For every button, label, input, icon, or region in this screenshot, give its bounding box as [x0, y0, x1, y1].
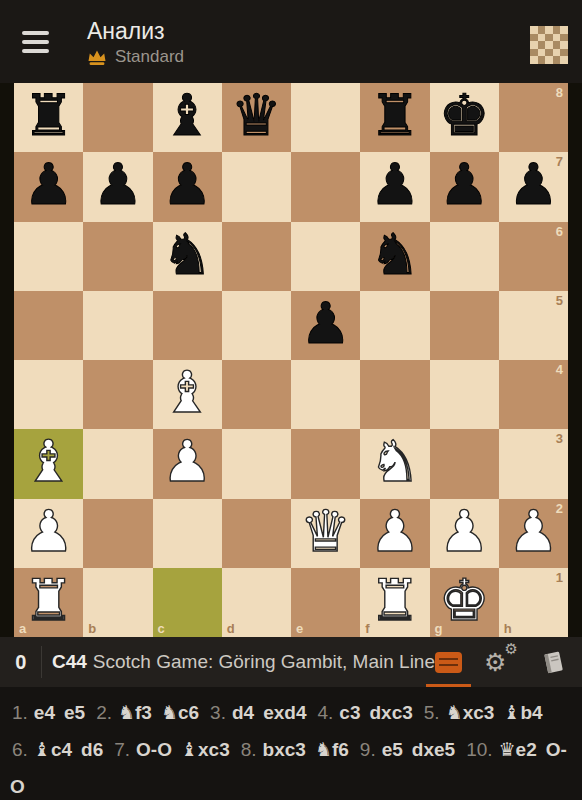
white-pawn-g2: ♟ — [439, 503, 490, 560]
square-b5[interactable] — [83, 291, 152, 360]
move-number: 3. — [210, 702, 226, 723]
square-h6[interactable]: 6 — [499, 222, 568, 291]
black-rook-a8: ♜ — [23, 87, 74, 144]
square-f4[interactable] — [360, 360, 429, 429]
coord-rank-6: 6 — [556, 225, 563, 238]
eval-score: 0 — [0, 651, 41, 674]
opening-book-icon[interactable] — [540, 649, 566, 676]
square-c7[interactable]: ♟ — [153, 152, 222, 221]
black-pawn-c7: ♟ — [162, 156, 213, 213]
square-e5[interactable]: ♟ — [291, 291, 360, 360]
square-d2[interactable] — [222, 499, 291, 568]
coord-file-b: b — [88, 622, 96, 635]
white-knight-f3: ♞ — [369, 433, 420, 490]
move-token[interactable]: ♞c6 — [161, 702, 199, 723]
square-g7[interactable]: ♟ — [430, 152, 499, 221]
square-a6[interactable] — [14, 222, 83, 291]
move-token[interactable]: e5 — [382, 739, 403, 760]
move-token[interactable]: e4 — [34, 702, 55, 723]
square-b4[interactable] — [83, 360, 152, 429]
move-token[interactable]: exd4 — [263, 702, 306, 723]
square-g4[interactable] — [430, 360, 499, 429]
analysis-screen: Анализ Standard ♜♝♛♜♚8♟♟♟♟♟♟7♞♞6♟5♝4♝♟♞3… — [0, 0, 582, 800]
move-number: 4. — [317, 702, 333, 723]
page-title: Анализ — [87, 18, 184, 44]
square-c8[interactable]: ♝ — [153, 83, 222, 152]
square-e7[interactable] — [291, 152, 360, 221]
move-number: 6. — [12, 739, 28, 760]
coord-rank-3: 3 — [556, 432, 563, 445]
move-token[interactable]: dxc3 — [369, 702, 412, 723]
move-number: 9. — [360, 739, 376, 760]
square-g2[interactable]: ♟ — [430, 499, 499, 568]
black-pawn-g7: ♟ — [439, 156, 490, 213]
square-g8[interactable]: ♚ — [430, 83, 499, 152]
square-f2[interactable]: ♟ — [360, 499, 429, 568]
move-token[interactable]: ♞f3 — [118, 702, 152, 723]
coord-file-d: d — [227, 622, 235, 635]
white-pawn-f2: ♟ — [369, 503, 420, 560]
square-c5[interactable] — [153, 291, 222, 360]
board-theme-icon[interactable] — [530, 26, 568, 64]
top-bar: Анализ Standard — [0, 0, 582, 83]
square-a1[interactable]: ♜a — [14, 568, 83, 637]
move-token[interactable]: bxc3 — [263, 739, 306, 760]
square-h7[interactable]: ♟7 — [499, 152, 568, 221]
variant-label: Standard — [115, 47, 184, 67]
white-pawn-h2: ♟ — [508, 503, 559, 560]
move-list[interactable]: 1.e4e52.♞f3♞c63.d4exd44.c3dxc35.♞xc3♝b46… — [0, 687, 582, 800]
black-knight-f6: ♞ — [369, 226, 420, 283]
coord-file-c: c — [158, 622, 165, 635]
square-e4[interactable] — [291, 360, 360, 429]
square-f5[interactable] — [360, 291, 429, 360]
black-rook-f8: ♜ — [369, 87, 420, 144]
coord-file-e: e — [296, 622, 303, 635]
square-f6[interactable]: ♞ — [360, 222, 429, 291]
white-rook-f1: ♜ — [369, 572, 420, 629]
chess-board[interactable]: ♜♝♛♜♚8♟♟♟♟♟♟7♞♞6♟5♝4♝♟♞3♟♛♟♟♟2♜abcde♜f♚g… — [14, 83, 568, 637]
square-a2[interactable]: ♟ — [14, 499, 83, 568]
square-d4[interactable] — [222, 360, 291, 429]
move-token[interactable]: O-O — [136, 739, 172, 760]
tab-icons: ⚙⚙ — [435, 647, 582, 677]
square-h3[interactable]: 3 — [499, 429, 568, 498]
move-token[interactable]: d4 — [232, 702, 254, 723]
white-pawn-a2: ♟ — [23, 503, 74, 560]
square-h4[interactable]: 4 — [499, 360, 568, 429]
coord-rank-4: 4 — [556, 363, 563, 376]
board-area: ♜♝♛♜♚8♟♟♟♟♟♟7♞♞6♟5♝4♝♟♞3♟♛♟♟♟2♜abcde♜f♚g… — [0, 83, 582, 637]
black-pawn-e5: ♟ — [300, 295, 351, 352]
square-a7[interactable]: ♟ — [14, 152, 83, 221]
coord-file-f: f — [365, 622, 369, 635]
coord-file-a: a — [19, 622, 26, 635]
move-token[interactable]: e5 — [64, 702, 85, 723]
square-b8[interactable] — [83, 83, 152, 152]
white-bishop-c4: ♝ — [162, 364, 213, 421]
square-d6[interactable] — [222, 222, 291, 291]
square-f8[interactable]: ♜ — [360, 83, 429, 152]
square-d5[interactable] — [222, 291, 291, 360]
move-token[interactable]: ♞f6 — [315, 739, 349, 760]
square-a4[interactable] — [14, 360, 83, 429]
square-e1[interactable]: e — [291, 568, 360, 637]
move-token[interactable]: c3 — [339, 702, 360, 723]
hamburger-menu-icon[interactable] — [22, 31, 49, 53]
square-c2[interactable] — [153, 499, 222, 568]
divider — [41, 646, 42, 678]
square-b3[interactable] — [83, 429, 152, 498]
move-token[interactable]: ♝c4 — [34, 739, 72, 760]
square-e3[interactable] — [291, 429, 360, 498]
move-number: 10. — [466, 739, 492, 760]
square-h5[interactable]: 5 — [499, 291, 568, 360]
bottom-bar: 0 C44Scotch Game: Göring Gambit, Main Li… — [0, 637, 582, 687]
coord-file-g: g — [435, 622, 443, 635]
square-g1[interactable]: ♚g — [430, 568, 499, 637]
black-pawn-a7: ♟ — [23, 156, 74, 213]
square-g3[interactable] — [430, 429, 499, 498]
square-b6[interactable] — [83, 222, 152, 291]
square-h8[interactable]: 8 — [499, 83, 568, 152]
coord-rank-1: 1 — [556, 571, 563, 584]
square-d7[interactable] — [222, 152, 291, 221]
coord-rank-5: 5 — [556, 294, 563, 307]
coord-file-h: h — [504, 622, 512, 635]
move-token[interactable]: ♝xc3 — [181, 739, 230, 760]
square-b2[interactable] — [83, 499, 152, 568]
black-pawn-f7: ♟ — [369, 156, 420, 213]
square-e6[interactable] — [291, 222, 360, 291]
square-f3[interactable]: ♞ — [360, 429, 429, 498]
white-pawn-c3: ♟ — [162, 433, 213, 490]
move-token[interactable]: ♞xc3 — [446, 702, 495, 723]
black-queen-d8: ♛ — [231, 87, 282, 144]
coord-rank-7: 7 — [556, 155, 563, 168]
move-token[interactable]: dxe5 — [412, 739, 455, 760]
square-e2[interactable]: ♛ — [291, 499, 360, 568]
settings-gears-icon[interactable]: ⚙⚙ — [486, 647, 516, 677]
white-bishop-a3: ♝ — [23, 433, 74, 490]
move-number: 1. — [12, 702, 28, 723]
black-knight-c6: ♞ — [162, 226, 213, 283]
black-king-g8: ♚ — [439, 87, 490, 144]
black-pawn-b7: ♟ — [92, 156, 143, 213]
square-c1[interactable]: c — [153, 568, 222, 637]
square-a8[interactable]: ♜ — [14, 83, 83, 152]
square-c4[interactable]: ♝ — [153, 360, 222, 429]
opening-name: C44Scotch Game: Göring Gambit, Main Line — [52, 651, 435, 673]
black-bishop-c8: ♝ — [162, 87, 213, 144]
moves-tab-icon[interactable] — [435, 652, 462, 673]
active-tab-underline — [426, 684, 471, 687]
square-f7[interactable]: ♟ — [360, 152, 429, 221]
square-e8[interactable] — [291, 83, 360, 152]
move-number: 5. — [424, 702, 440, 723]
white-king-g1: ♚ — [439, 572, 490, 629]
coord-rank-8: 8 — [556, 86, 563, 99]
move-token[interactable]: d6 — [81, 739, 103, 760]
white-queen-e2: ♛ — [300, 503, 351, 560]
square-d3[interactable] — [222, 429, 291, 498]
square-b1[interactable]: b — [83, 568, 152, 637]
square-d1[interactable]: d — [222, 568, 291, 637]
coord-rank-2: 2 — [556, 502, 563, 515]
move-number: 8. — [241, 739, 257, 760]
move-token[interactable]: ♛e2 — [499, 739, 537, 760]
opening-code: C44 — [52, 651, 87, 672]
square-c3[interactable]: ♟ — [153, 429, 222, 498]
square-a5[interactable] — [14, 291, 83, 360]
square-g6[interactable] — [430, 222, 499, 291]
square-a3[interactable]: ♝ — [14, 429, 83, 498]
square-c6[interactable]: ♞ — [153, 222, 222, 291]
square-h1[interactable]: 1h — [499, 568, 568, 637]
header-titles: Анализ Standard — [87, 16, 184, 67]
move-number: 2. — [96, 702, 112, 723]
square-g5[interactable] — [430, 291, 499, 360]
move-number: 7. — [114, 739, 130, 760]
square-f1[interactable]: ♜f — [360, 568, 429, 637]
square-h2[interactable]: ♟2 — [499, 499, 568, 568]
crown-icon — [87, 49, 107, 66]
move-token[interactable]: ♝b4 — [503, 702, 542, 723]
black-pawn-h7: ♟ — [508, 156, 559, 213]
square-d8[interactable]: ♛ — [222, 83, 291, 152]
square-b7[interactable]: ♟ — [83, 152, 152, 221]
white-rook-a1: ♜ — [23, 572, 74, 629]
